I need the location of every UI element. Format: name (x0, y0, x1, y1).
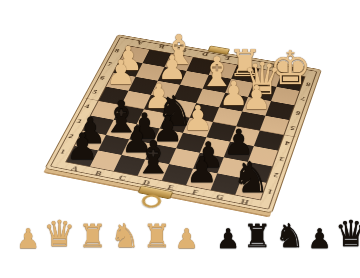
white-tray-knight[interactable]: ♞ (110, 219, 140, 252)
white-tray-pawn[interactable]: ♟ (174, 225, 198, 252)
chess-board: ABCDEFGH ABCDEFGH 87654321 87654321 (44, 34, 322, 213)
black-tray-pawn[interactable]: ♟ (308, 225, 332, 252)
white-tray-rook[interactable]: ♜ (143, 220, 172, 252)
black-tray-rook[interactable]: ♜ (243, 220, 272, 252)
black-tray-knight[interactable]: ♞ (275, 219, 305, 252)
black-tray-pawn[interactable]: ♟ (216, 225, 240, 252)
black-tray-queen[interactable]: ♛ (335, 216, 360, 252)
white-tray-pawn[interactable]: ♟ (16, 225, 40, 252)
white-tray-queen[interactable]: ♛ (43, 216, 75, 252)
product-photo-scene: ABCDEFGH ABCDEFGH 87654321 87654321 ♟♟♝♟… (0, 0, 360, 278)
white-tray-rook[interactable]: ♜ (79, 220, 108, 252)
captured-dark-pieces-tray: ♟♜♞♟♛♚ (216, 213, 360, 252)
board-frame: ABCDEFGH ABCDEFGH 87654321 87654321 (44, 34, 322, 213)
captured-light-pieces-tray: ♟♛♜♞♜♟ (16, 216, 199, 252)
